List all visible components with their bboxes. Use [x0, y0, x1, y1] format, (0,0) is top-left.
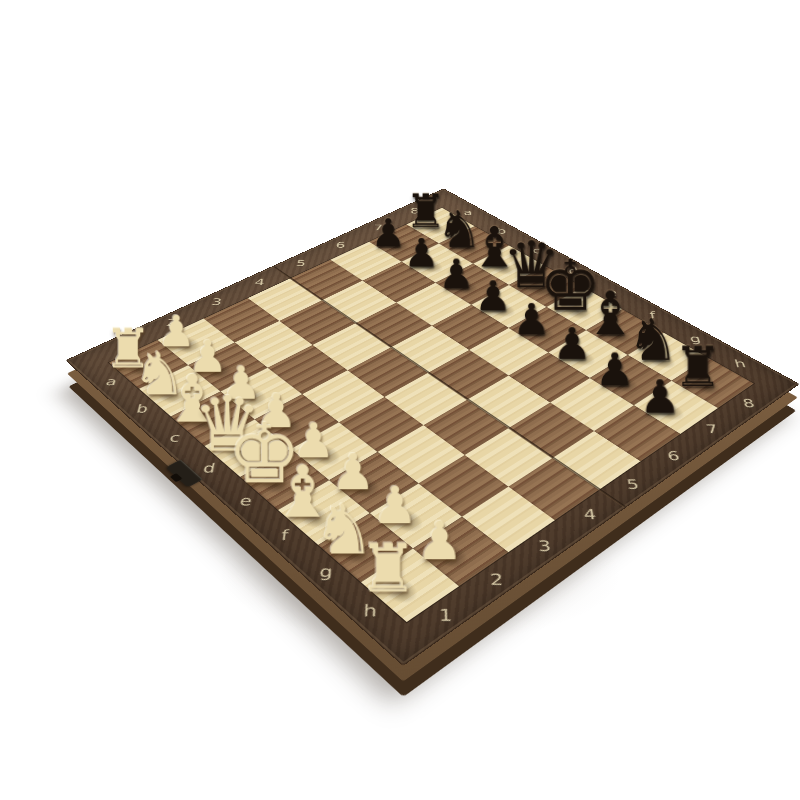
black-pawn-f7: ♟ [552, 322, 591, 366]
white-pawn-h2: ♟ [416, 515, 463, 568]
black-pawn-d7: ♟ [474, 275, 511, 316]
black-pawn-e7: ♟ [512, 298, 550, 340]
black-pawn-c7: ♟ [438, 254, 474, 294]
black-pawn-a7: ♟ [371, 214, 406, 253]
white-pawn-g2: ♟ [372, 480, 418, 531]
black-pawn-h7: ♟ [639, 374, 680, 420]
black-pawn-b7: ♟ [404, 233, 439, 272]
black-pawn-g7: ♟ [594, 347, 634, 392]
white-rook-h1: ♜ [358, 536, 418, 603]
product-photo: abcdefgh abcdefgh 87654321 87654321 ♜♞♝♛… [0, 0, 800, 800]
